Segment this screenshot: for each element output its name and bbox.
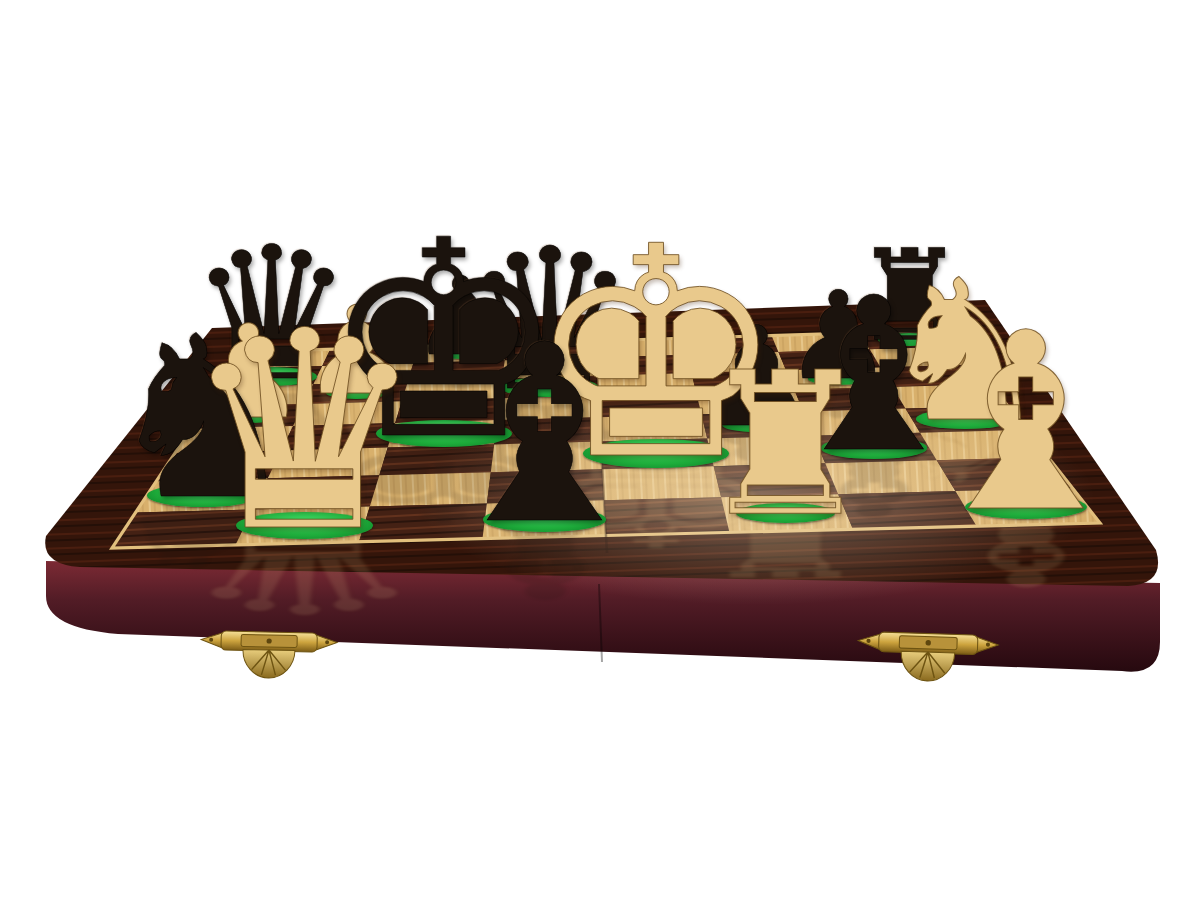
felt-base xyxy=(434,348,488,359)
felt-base xyxy=(483,507,606,532)
square-e7 xyxy=(596,355,692,376)
felt-base xyxy=(147,484,259,506)
square-c7 xyxy=(408,360,505,381)
square-b2 xyxy=(253,475,380,509)
felt-base xyxy=(216,410,281,423)
felt-base xyxy=(736,503,835,523)
square-a4 xyxy=(175,426,293,453)
chess-set-photo: ♟♟♜♜♛♛♟♟♛♛♟♟♟♟♚♚♟♟♞♞♚♚♝♝♞♞♛♛♝♝♜♜♝♝ xyxy=(0,0,1200,900)
square-g7 xyxy=(778,349,880,370)
square-f7 xyxy=(687,352,786,373)
brass-latch-left xyxy=(200,631,337,680)
felt-base xyxy=(821,437,927,458)
square-b3 xyxy=(268,447,388,478)
felt-base xyxy=(500,377,598,397)
square-c6 xyxy=(402,379,503,402)
square-b7 xyxy=(313,363,413,384)
felt-base xyxy=(722,418,791,432)
felt-base xyxy=(236,512,373,539)
square-h6 xyxy=(881,365,991,387)
square-h7 xyxy=(870,346,976,367)
square-b5 xyxy=(293,401,402,426)
felt-base xyxy=(878,333,941,346)
felt-base xyxy=(326,387,387,399)
felt-base xyxy=(916,409,1013,428)
felt-base xyxy=(808,372,869,384)
felt-base xyxy=(225,367,317,385)
